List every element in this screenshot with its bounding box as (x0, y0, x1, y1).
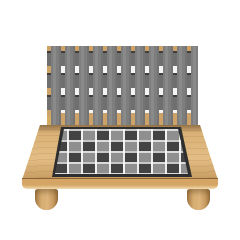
right-foot (187, 189, 210, 210)
left-foot (35, 189, 58, 210)
product-photo (0, 0, 240, 240)
seat-front-rail (22, 178, 218, 189)
seat-checkerboard-weave (53, 129, 191, 174)
backrest-woven-panel (47, 46, 198, 125)
